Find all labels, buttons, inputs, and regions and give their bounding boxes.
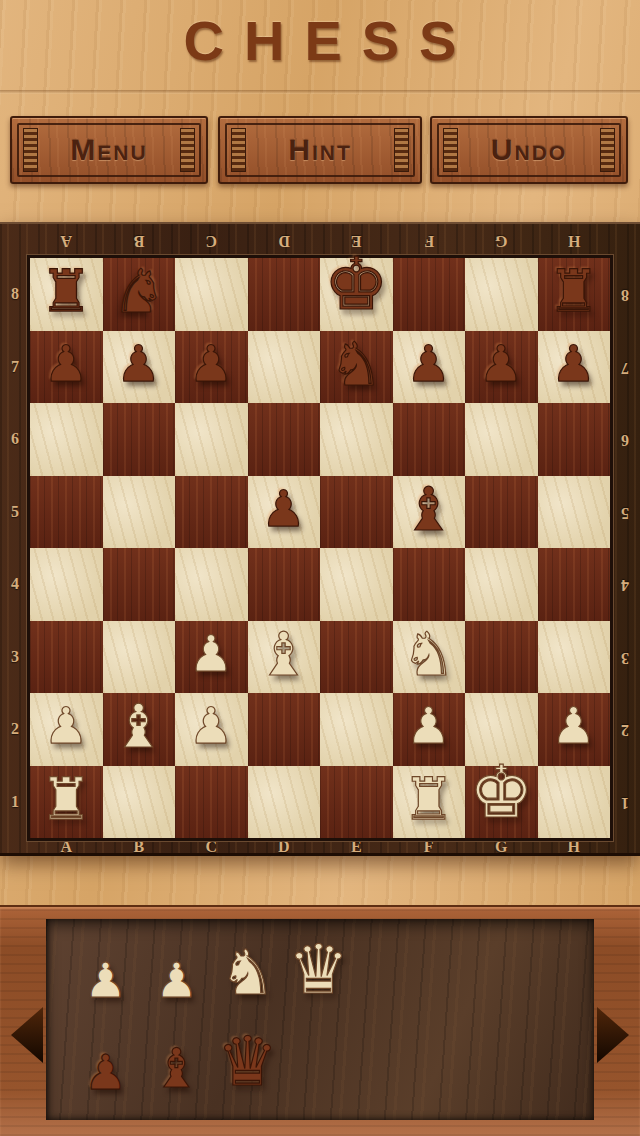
file-labels-bottom: ABCDEFGH	[30, 836, 610, 858]
square-h2[interactable]: ♟	[538, 693, 611, 766]
square-c3[interactable]: ♟	[175, 621, 248, 694]
captured-white-pawn: ♟	[84, 956, 127, 1004]
file-label-d: D	[248, 836, 321, 858]
file-label-b: B	[103, 224, 176, 258]
file-label-h: H	[538, 224, 611, 258]
file-label-g: G	[465, 224, 538, 258]
square-e1[interactable]	[320, 766, 393, 839]
square-g7[interactable]: ♟	[465, 331, 538, 404]
rank-labels-left: 87654321	[0, 258, 30, 838]
square-d7[interactable]	[248, 331, 321, 404]
file-label-d: D	[248, 224, 321, 258]
file-label-e: E	[320, 836, 393, 858]
piece-white-rook-a1[interactable]: ♜	[40, 770, 92, 828]
square-a4[interactable]	[30, 548, 103, 621]
button-ornament-left	[231, 128, 246, 172]
rank-label-3: 3	[0, 621, 30, 694]
square-g5[interactable]	[465, 476, 538, 549]
square-b6[interactable]	[103, 403, 176, 476]
square-h8[interactable]: ♜	[538, 258, 611, 331]
piece-white-pawn-c2[interactable]: ♟	[189, 701, 234, 751]
square-d3[interactable]: ♝	[248, 621, 321, 694]
file-label-g: G	[465, 836, 538, 858]
chess-board: ♜♞♚♜♟♟♟♞♟♟♟♟♝♟♝♞♟♝♟♟♟♜♜♚	[30, 258, 610, 838]
tray-right-arrow-icon[interactable]	[597, 1007, 629, 1063]
square-a2[interactable]: ♟	[30, 693, 103, 766]
button-ornament-right	[180, 128, 195, 172]
piece-black-knight-e7[interactable]: ♞	[329, 334, 383, 394]
square-b7[interactable]: ♟	[103, 331, 176, 404]
piece-black-rook-a8[interactable]: ♜	[40, 262, 92, 320]
rank-label-1: 1	[0, 766, 30, 839]
file-label-f: F	[393, 836, 466, 858]
piece-white-pawn-f2[interactable]: ♟	[406, 701, 451, 751]
captured-white-row: ♟♟♞♛	[70, 921, 354, 1007]
captured-black-row: ♟♝♛	[70, 1013, 283, 1099]
captured-white-queen: ♛	[288, 936, 349, 1004]
rank-label-4: 4	[0, 548, 30, 621]
piece-black-pawn-a7[interactable]: ♟	[44, 339, 89, 389]
square-f2[interactable]: ♟	[393, 693, 466, 766]
rank-label-7: 7	[0, 331, 30, 404]
square-a6[interactable]	[30, 403, 103, 476]
rank-label-3: 3	[610, 621, 640, 694]
rank-label-8: 8	[610, 258, 640, 331]
file-label-a: A	[30, 224, 103, 258]
square-d5[interactable]: ♟	[248, 476, 321, 549]
square-e6[interactable]	[320, 403, 393, 476]
captured-cell: ♝	[141, 1045, 212, 1099]
piece-white-pawn-c3[interactable]: ♟	[189, 629, 234, 679]
square-e8[interactable]: ♚	[320, 258, 393, 331]
rank-label-6: 6	[610, 403, 640, 476]
piece-white-pawn-h2[interactable]: ♟	[551, 701, 596, 751]
captured-tray: ♟♟♞♛ ♟♝♛	[0, 905, 640, 1136]
square-f7[interactable]: ♟	[393, 331, 466, 404]
button-ornament-right	[394, 128, 409, 172]
captured-black-bishop: ♝	[152, 1042, 200, 1096]
square-a7[interactable]: ♟	[30, 331, 103, 404]
square-g3[interactable]	[465, 621, 538, 694]
piece-black-rook-h8[interactable]: ♜	[548, 262, 600, 320]
square-f3[interactable]: ♞	[393, 621, 466, 694]
file-label-c: C	[175, 224, 248, 258]
square-d1[interactable]	[248, 766, 321, 839]
square-g8[interactable]	[465, 258, 538, 331]
square-h7[interactable]: ♟	[538, 331, 611, 404]
captured-white-pawn: ♟	[155, 956, 198, 1004]
square-d6[interactable]	[248, 403, 321, 476]
captured-cell: ♟	[141, 959, 212, 1007]
piece-black-pawn-b7[interactable]: ♟	[116, 339, 161, 389]
square-e3[interactable]	[320, 621, 393, 694]
piece-black-pawn-d5[interactable]: ♟	[261, 484, 306, 534]
square-g1[interactable]: ♚	[465, 766, 538, 839]
hint-button-label: Hint	[288, 133, 352, 167]
captured-tray-well: ♟♟♞♛ ♟♝♛	[46, 919, 594, 1120]
piece-white-pawn-a2[interactable]: ♟	[44, 701, 89, 751]
square-c1[interactable]	[175, 766, 248, 839]
undo-button[interactable]: Undo	[430, 116, 628, 184]
piece-white-bishop-d3[interactable]: ♝	[257, 624, 311, 684]
captured-cell: ♟	[70, 959, 141, 1007]
square-e7[interactable]: ♞	[320, 331, 393, 404]
square-h3[interactable]	[538, 621, 611, 694]
piece-white-knight-f3[interactable]: ♞	[402, 624, 456, 684]
piece-black-bishop-f5[interactable]: ♝	[402, 479, 456, 539]
square-c8[interactable]	[175, 258, 248, 331]
square-e2[interactable]	[320, 693, 393, 766]
piece-black-king-e8[interactable]: ♚	[324, 248, 389, 320]
rank-label-4: 4	[610, 548, 640, 621]
square-b5[interactable]	[103, 476, 176, 549]
chess-board-frame: ABCDEFGH ABCDEFGH 87654321 87654321 ♜♞♚♜…	[0, 222, 640, 856]
square-c6[interactable]	[175, 403, 248, 476]
piece-black-pawn-f7[interactable]: ♟	[406, 339, 451, 389]
rank-label-8: 8	[0, 258, 30, 331]
piece-white-bishop-b2[interactable]: ♝	[112, 696, 166, 756]
rank-label-6: 6	[0, 403, 30, 476]
square-e4[interactable]	[320, 548, 393, 621]
captured-cell: ♞	[212, 945, 283, 1007]
square-d8[interactable]	[248, 258, 321, 331]
piece-black-pawn-h7[interactable]: ♟	[551, 339, 596, 389]
tray-left-arrow-icon[interactable]	[11, 1007, 43, 1063]
menu-button[interactable]: Menu	[10, 116, 208, 184]
square-b3[interactable]	[103, 621, 176, 694]
square-b8[interactable]: ♞	[103, 258, 176, 331]
square-a5[interactable]	[30, 476, 103, 549]
square-c4[interactable]	[175, 548, 248, 621]
rank-label-1: 1	[610, 766, 640, 839]
captured-cell: ♛	[283, 939, 354, 1007]
button-ornament-left	[443, 128, 458, 172]
file-label-h: H	[538, 836, 611, 858]
square-h6[interactable]	[538, 403, 611, 476]
rank-label-5: 5	[0, 476, 30, 549]
square-f1[interactable]: ♜	[393, 766, 466, 839]
button-ornament-left	[23, 128, 38, 172]
rank-label-2: 2	[0, 693, 30, 766]
square-h4[interactable]	[538, 548, 611, 621]
rank-label-5: 5	[610, 476, 640, 549]
file-label-b: B	[103, 836, 176, 858]
square-h5[interactable]	[538, 476, 611, 549]
app-title: CHESS	[0, 8, 640, 73]
piece-black-pawn-c7[interactable]: ♟	[189, 339, 234, 389]
rank-label-7: 7	[610, 331, 640, 404]
square-e5[interactable]	[320, 476, 393, 549]
square-d4[interactable]	[248, 548, 321, 621]
captured-cell: ♛	[212, 1031, 283, 1099]
square-f8[interactable]	[393, 258, 466, 331]
square-g6[interactable]	[465, 403, 538, 476]
undo-button-label: Undo	[491, 133, 567, 167]
menu-button-label: Menu	[70, 133, 147, 167]
wood-seam	[0, 90, 640, 94]
captured-white-knight: ♞	[220, 942, 276, 1004]
button-ornament-right	[600, 128, 615, 172]
square-b1[interactable]	[103, 766, 176, 839]
square-f6[interactable]	[393, 403, 466, 476]
square-c7[interactable]: ♟	[175, 331, 248, 404]
square-d2[interactable]	[248, 693, 321, 766]
piece-black-knight-b8[interactable]: ♞	[112, 261, 166, 321]
hint-button[interactable]: Hint	[218, 116, 422, 184]
file-labels-top: ABCDEFGH	[30, 224, 610, 258]
captured-black-pawn: ♟	[84, 1048, 127, 1096]
square-h1[interactable]	[538, 766, 611, 839]
rank-label-2: 2	[610, 693, 640, 766]
piece-white-king-g1[interactable]: ♚	[469, 756, 534, 828]
piece-black-pawn-g7[interactable]: ♟	[479, 339, 524, 389]
captured-cell: ♟	[70, 1051, 141, 1099]
square-f4[interactable]	[393, 548, 466, 621]
square-b2[interactable]: ♝	[103, 693, 176, 766]
square-a3[interactable]	[30, 621, 103, 694]
square-g4[interactable]	[465, 548, 538, 621]
captured-black-queen: ♛	[217, 1028, 278, 1096]
square-c5[interactable]	[175, 476, 248, 549]
square-a8[interactable]: ♜	[30, 258, 103, 331]
square-b4[interactable]	[103, 548, 176, 621]
square-f5[interactable]: ♝	[393, 476, 466, 549]
rank-labels-right: 87654321	[610, 258, 640, 838]
square-a1[interactable]: ♜	[30, 766, 103, 839]
file-label-f: F	[393, 224, 466, 258]
file-label-c: C	[175, 836, 248, 858]
square-c2[interactable]: ♟	[175, 693, 248, 766]
piece-white-rook-f1[interactable]: ♜	[403, 770, 455, 828]
file-label-a: A	[30, 836, 103, 858]
